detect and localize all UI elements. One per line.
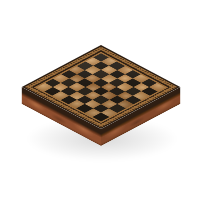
product-photo-scene [0,0,200,200]
